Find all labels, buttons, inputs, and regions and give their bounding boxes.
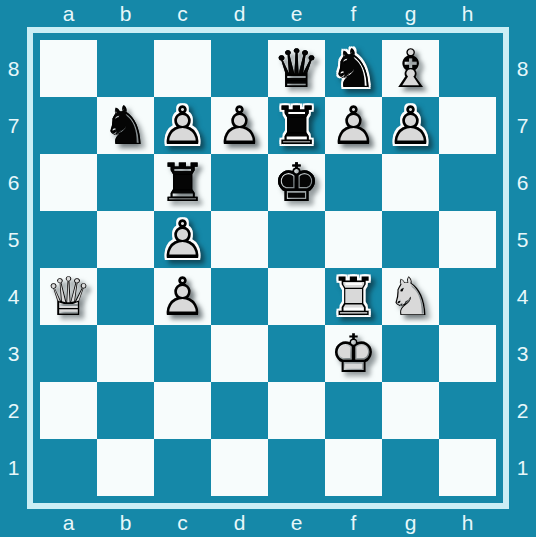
square-g4[interactable]: ♞♘ [382, 268, 439, 325]
square-g1[interactable] [382, 439, 439, 496]
white-pawn-outline: ♙ [382, 97, 439, 154]
black-rook-outline: ♖ [154, 154, 211, 211]
square-c4[interactable]: ♟♙ [154, 268, 211, 325]
rank-label: 6 [0, 154, 27, 211]
square-b1[interactable] [97, 439, 154, 496]
piece-white-bishop-g8[interactable]: ♝♗ [382, 40, 439, 97]
square-g2[interactable] [382, 382, 439, 439]
black-rook-outline: ♖ [268, 97, 325, 154]
square-c2[interactable] [154, 382, 211, 439]
square-d2[interactable] [211, 382, 268, 439]
white-king-outline: ♔ [325, 325, 382, 382]
rank-label: 3 [0, 325, 27, 382]
white-rook-outline: ♖ [325, 268, 382, 325]
square-g6[interactable] [382, 154, 439, 211]
rank-label: 1 [0, 439, 27, 496]
rank-label: 7 [509, 97, 536, 154]
file-label: b [97, 0, 154, 27]
rank-label: 7 [0, 97, 27, 154]
piece-white-knight-g4[interactable]: ♞♘ [382, 268, 439, 325]
square-e4[interactable] [268, 268, 325, 325]
file-label: b [97, 509, 154, 537]
square-a5[interactable] [40, 211, 97, 268]
square-c5[interactable]: ♟♙ [154, 211, 211, 268]
square-d1[interactable] [211, 439, 268, 496]
square-d6[interactable] [211, 154, 268, 211]
black-queen-outline: ♕ [268, 40, 325, 97]
square-a1[interactable] [40, 439, 97, 496]
white-queen-outline: ♕ [40, 268, 97, 325]
white-pawn-outline: ♙ [154, 268, 211, 325]
file-label: a [40, 0, 97, 27]
file-label: g [382, 0, 439, 27]
square-c1[interactable] [154, 439, 211, 496]
file-label: c [154, 0, 211, 27]
rank-label: 8 [0, 40, 27, 97]
rank-labels-left: 87654321 [0, 40, 27, 496]
white-pawn-outline: ♙ [211, 97, 268, 154]
square-a7[interactable] [40, 97, 97, 154]
piece-black-rook-c6[interactable]: ♜♖ [154, 154, 211, 211]
square-h8[interactable] [439, 40, 496, 97]
piece-white-pawn-c5[interactable]: ♟♙ [154, 211, 211, 268]
square-f4[interactable]: ♜♖ [325, 268, 382, 325]
square-h6[interactable] [439, 154, 496, 211]
square-b3[interactable] [97, 325, 154, 382]
square-e7[interactable]: ♜♖ [268, 97, 325, 154]
square-c6[interactable]: ♜♖ [154, 154, 211, 211]
square-d8[interactable] [211, 40, 268, 97]
file-label: h [439, 509, 496, 537]
rank-label: 2 [0, 382, 27, 439]
piece-white-king-f3[interactable]: ♚♔ [325, 325, 382, 382]
black-knight-outline: ♘ [325, 40, 382, 97]
rank-label: 5 [0, 211, 27, 268]
square-e3[interactable] [268, 325, 325, 382]
square-b2[interactable] [97, 382, 154, 439]
square-f8[interactable]: ♞♘ [325, 40, 382, 97]
square-b4[interactable] [97, 268, 154, 325]
square-d5[interactable] [211, 211, 268, 268]
piece-black-knight-f8[interactable]: ♞♘ [325, 40, 382, 97]
chess-diagram: abcdefgh abcdefgh 87654321 87654321 ♛♕♞♘… [0, 0, 536, 537]
square-c7[interactable]: ♟♙ [154, 97, 211, 154]
piece-white-rook-f4[interactable]: ♜♖ [325, 268, 382, 325]
chess-board: ♛♕♞♘♝♗♞♘♟♙♟♙♜♖♟♙♟♙♜♖♚♔♟♙♛♕♟♙♜♖♞♘♚♔ [40, 40, 496, 496]
rank-label: 5 [509, 211, 536, 268]
square-g7[interactable]: ♟♙ [382, 97, 439, 154]
square-d4[interactable] [211, 268, 268, 325]
square-a8[interactable] [40, 40, 97, 97]
square-g5[interactable] [382, 211, 439, 268]
square-a2[interactable] [40, 382, 97, 439]
square-a4[interactable]: ♛♕ [40, 268, 97, 325]
file-labels-bottom: abcdefgh [40, 509, 496, 537]
file-label: d [211, 509, 268, 537]
square-f2[interactable] [325, 382, 382, 439]
square-f3[interactable]: ♚♔ [325, 325, 382, 382]
white-pawn-outline: ♙ [154, 211, 211, 268]
rank-label: 6 [509, 154, 536, 211]
rank-label: 2 [509, 382, 536, 439]
piece-black-knight-b7[interactable]: ♞♘ [97, 97, 154, 154]
square-f7[interactable]: ♟♙ [325, 97, 382, 154]
board-frame: ♛♕♞♘♝♗♞♘♟♙♟♙♜♖♟♙♟♙♜♖♚♔♟♙♛♕♟♙♜♖♞♘♚♔ [27, 27, 509, 509]
square-g8[interactable]: ♝♗ [382, 40, 439, 97]
square-e8[interactable]: ♛♕ [268, 40, 325, 97]
square-h4[interactable] [439, 268, 496, 325]
square-e1[interactable] [268, 439, 325, 496]
piece-white-pawn-c4[interactable]: ♟♙ [154, 268, 211, 325]
rank-label: 8 [509, 40, 536, 97]
white-pawn-outline: ♙ [154, 97, 211, 154]
square-b6[interactable] [97, 154, 154, 211]
square-h1[interactable] [439, 439, 496, 496]
piece-black-queen-e8[interactable]: ♛♕ [268, 40, 325, 97]
file-label: h [439, 0, 496, 27]
square-d7[interactable]: ♟♙ [211, 97, 268, 154]
square-f5[interactable] [325, 211, 382, 268]
black-knight-outline: ♘ [97, 97, 154, 154]
piece-black-rook-e7[interactable]: ♜♖ [268, 97, 325, 154]
file-labels-top: abcdefgh [40, 0, 496, 27]
file-label: c [154, 509, 211, 537]
piece-white-queen-a4[interactable]: ♛♕ [40, 268, 97, 325]
square-f1[interactable] [325, 439, 382, 496]
square-h3[interactable] [439, 325, 496, 382]
square-h7[interactable] [439, 97, 496, 154]
piece-white-pawn-f7[interactable]: ♟♙ [325, 97, 382, 154]
piece-white-pawn-d7[interactable]: ♟♙ [211, 97, 268, 154]
square-c3[interactable] [154, 325, 211, 382]
square-a3[interactable] [40, 325, 97, 382]
file-label: d [211, 0, 268, 27]
file-label: e [268, 0, 325, 27]
square-c8[interactable] [154, 40, 211, 97]
file-label: f [325, 509, 382, 537]
square-e5[interactable] [268, 211, 325, 268]
piece-black-king-e6[interactable]: ♚♔ [268, 154, 325, 211]
square-e2[interactable] [268, 382, 325, 439]
square-b8[interactable] [97, 40, 154, 97]
square-h5[interactable] [439, 211, 496, 268]
rank-label: 4 [0, 268, 27, 325]
piece-white-pawn-g7[interactable]: ♟♙ [382, 97, 439, 154]
rank-label: 1 [509, 439, 536, 496]
file-label: f [325, 0, 382, 27]
square-e6[interactable]: ♚♔ [268, 154, 325, 211]
square-b7[interactable]: ♞♘ [97, 97, 154, 154]
rank-label: 3 [509, 325, 536, 382]
square-h2[interactable] [439, 382, 496, 439]
square-f6[interactable] [325, 154, 382, 211]
square-d3[interactable] [211, 325, 268, 382]
black-king-outline: ♔ [268, 154, 325, 211]
square-g3[interactable] [382, 325, 439, 382]
file-label: a [40, 509, 97, 537]
white-pawn-outline: ♙ [325, 97, 382, 154]
white-knight-outline: ♘ [382, 268, 439, 325]
square-a6[interactable] [40, 154, 97, 211]
rank-labels-right: 87654321 [509, 40, 536, 496]
rank-label: 4 [509, 268, 536, 325]
file-label: e [268, 509, 325, 537]
white-bishop-outline: ♗ [382, 40, 439, 97]
file-label: g [382, 509, 439, 537]
square-b5[interactable] [97, 211, 154, 268]
piece-white-pawn-c7[interactable]: ♟♙ [154, 97, 211, 154]
